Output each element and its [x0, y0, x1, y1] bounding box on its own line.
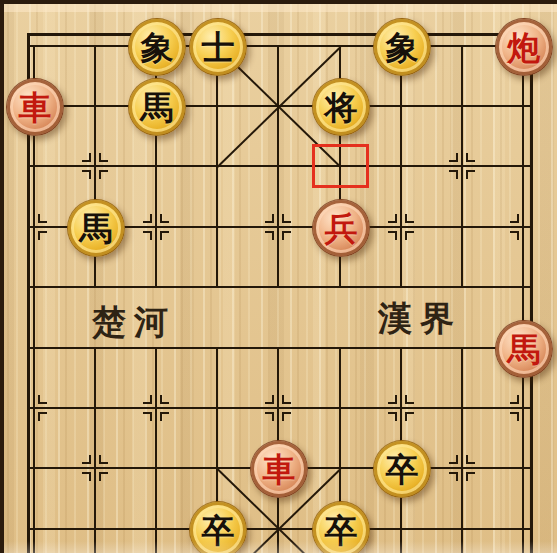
point-marker [466, 170, 475, 179]
point-marker [405, 231, 414, 240]
point-marker [265, 231, 274, 240]
point-marker [282, 412, 291, 421]
point-marker [449, 170, 458, 179]
point-marker [265, 214, 274, 223]
point-marker [510, 214, 519, 223]
point-marker [160, 214, 169, 223]
last-move-highlight [312, 144, 369, 188]
point-marker [282, 395, 291, 404]
point-marker [99, 153, 108, 162]
piece-label: 馬 [68, 200, 124, 257]
board-frame-top-edge [0, 0, 557, 4]
piece-label: 象 [129, 19, 185, 76]
point-marker [466, 455, 475, 464]
point-marker [405, 395, 414, 404]
point-marker [99, 455, 108, 464]
piece-red-cannon[interactable]: 炮 [495, 18, 553, 76]
river-label-left: 楚河 [92, 300, 176, 346]
point-marker [388, 395, 397, 404]
point-marker [160, 395, 169, 404]
piece-black-soldier-1[interactable]: 卒 [373, 440, 431, 498]
point-marker [38, 395, 47, 404]
piece-label: 車 [7, 79, 63, 136]
piece-label: 将 [313, 79, 369, 136]
piece-label: 馬 [496, 321, 552, 378]
point-marker [82, 455, 91, 464]
point-marker [82, 472, 91, 481]
point-marker [160, 412, 169, 421]
board-frame-left-edge [0, 0, 4, 553]
piece-label: 象 [374, 19, 430, 76]
point-marker [143, 412, 152, 421]
point-marker [143, 214, 152, 223]
point-marker [405, 214, 414, 223]
piece-red-chariot-1[interactable]: 車 [6, 78, 64, 136]
point-marker [99, 170, 108, 179]
point-marker [405, 412, 414, 421]
point-marker [510, 412, 519, 421]
point-marker [466, 153, 475, 162]
point-marker [265, 412, 274, 421]
point-marker [388, 214, 397, 223]
point-marker [160, 231, 169, 240]
point-marker [82, 153, 91, 162]
piece-black-elephant-2[interactable]: 象 [373, 18, 431, 76]
piece-label: 士 [190, 19, 246, 76]
piece-label: 卒 [374, 441, 430, 498]
point-marker [38, 231, 47, 240]
point-marker [143, 231, 152, 240]
point-marker [282, 231, 291, 240]
piece-black-elephant-1[interactable]: 象 [128, 18, 186, 76]
piece-red-chariot-2[interactable]: 車 [250, 440, 308, 498]
point-marker [38, 214, 47, 223]
point-marker [466, 472, 475, 481]
piece-red-soldier[interactable]: 兵 [312, 199, 370, 257]
point-marker [143, 395, 152, 404]
piece-label: 馬 [129, 79, 185, 136]
point-marker [388, 412, 397, 421]
piece-red-horse[interactable]: 馬 [495, 320, 553, 378]
piece-label: 車 [251, 441, 307, 498]
piece-black-horse-2[interactable]: 馬 [67, 199, 125, 257]
point-marker [99, 472, 108, 481]
point-marker [388, 231, 397, 240]
point-marker [510, 395, 519, 404]
bottom-glare [0, 541, 557, 553]
point-marker [265, 395, 274, 404]
point-marker [449, 455, 458, 464]
point-marker [38, 412, 47, 421]
piece-black-advisor[interactable]: 士 [189, 18, 247, 76]
piece-black-general[interactable]: 将 [312, 78, 370, 136]
wood-highlight-band [0, 4, 557, 12]
point-marker [510, 231, 519, 240]
point-marker [82, 170, 91, 179]
xiangqi-board[interactable]: 楚河 漢界 象士象炮車馬将馬兵馬車卒卒卒 [0, 0, 557, 553]
point-marker [449, 472, 458, 481]
point-marker [449, 153, 458, 162]
point-marker [282, 214, 291, 223]
piece-label: 炮 [496, 19, 552, 76]
river-label-right: 漢界 [378, 296, 462, 342]
piece-label: 兵 [313, 200, 369, 257]
piece-black-horse-1[interactable]: 馬 [128, 78, 186, 136]
